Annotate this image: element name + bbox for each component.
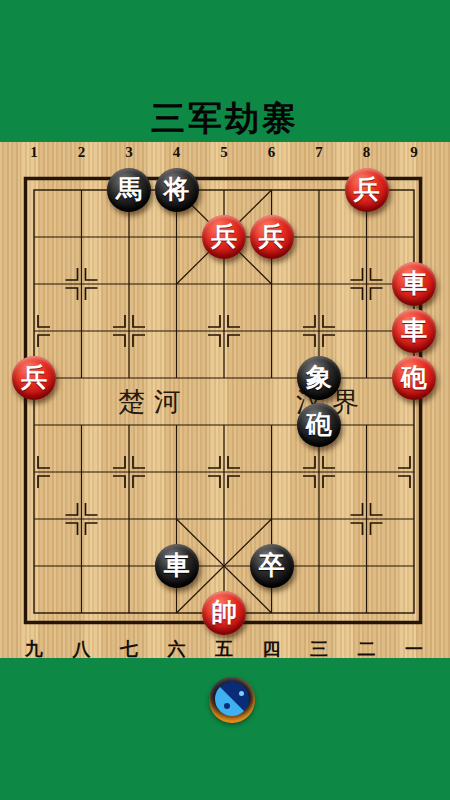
piece-glyph: 将 (164, 168, 190, 212)
taiji-dark-dot (224, 703, 230, 709)
file-label-top: 5 (212, 144, 236, 161)
piece-black-chariot[interactable]: 車 (155, 544, 199, 588)
piece-red-general[interactable]: 帥 (202, 591, 246, 635)
file-label-bottom: 一 (402, 637, 426, 661)
xiangqi-board[interactable]: 123456789 九八七六五四三二一 楚河 汉界 馬将兵兵兵車車兵象砲砲車卒帥 (0, 142, 450, 658)
piece-glyph: 砲 (401, 356, 427, 400)
piece-red-cannon[interactable]: 砲 (392, 356, 436, 400)
river-label-left: 楚河 (118, 384, 190, 420)
puzzle-title: 三军劫寨 (0, 96, 450, 142)
file-label-bottom: 五 (212, 637, 236, 661)
piece-red-soldier[interactable]: 兵 (12, 356, 56, 400)
piece-glyph: 兵 (21, 356, 47, 400)
file-label-top: 1 (22, 144, 46, 161)
taiji-icon (215, 682, 249, 716)
piece-glyph: 砲 (306, 403, 332, 447)
piece-glyph: 卒 (259, 544, 285, 588)
file-label-bottom: 三 (307, 637, 331, 661)
piece-red-soldier[interactable]: 兵 (202, 215, 246, 259)
xiangqi-app-screen: 三军劫寨 123456789 九八七六五四三二一 楚河 汉界 馬将兵兵兵車車兵象… (0, 0, 450, 800)
piece-black-soldier[interactable]: 卒 (250, 544, 294, 588)
file-label-top: 9 (402, 144, 426, 161)
piece-black-horse[interactable]: 馬 (107, 168, 151, 212)
piece-glyph: 兵 (211, 215, 237, 259)
file-label-bottom: 七 (117, 637, 141, 661)
file-label-bottom: 二 (355, 637, 379, 661)
piece-glyph: 車 (401, 262, 427, 306)
file-label-bottom: 九 (22, 637, 46, 661)
file-label-bottom: 六 (165, 637, 189, 661)
piece-glyph: 車 (401, 309, 427, 353)
taiji-menu-button[interactable] (209, 677, 255, 723)
piece-red-soldier[interactable]: 兵 (345, 168, 389, 212)
piece-glyph: 兵 (259, 215, 285, 259)
piece-red-soldier[interactable]: 兵 (250, 215, 294, 259)
piece-glyph: 象 (306, 356, 332, 400)
piece-black-general[interactable]: 将 (155, 168, 199, 212)
piece-glyph: 帥 (211, 591, 237, 635)
file-label-top: 7 (307, 144, 331, 161)
file-label-top: 2 (70, 144, 94, 161)
piece-black-cannon[interactable]: 砲 (297, 403, 341, 447)
file-label-top: 4 (165, 144, 189, 161)
piece-glyph: 馬 (116, 168, 142, 212)
piece-red-chariot[interactable]: 車 (392, 262, 436, 306)
file-label-bottom: 八 (70, 637, 94, 661)
taiji-light-dot (239, 691, 244, 696)
file-label-bottom: 四 (260, 637, 284, 661)
piece-glyph: 兵 (354, 168, 380, 212)
file-label-top: 3 (117, 144, 141, 161)
piece-glyph: 車 (164, 544, 190, 588)
file-label-top: 8 (355, 144, 379, 161)
piece-red-chariot[interactable]: 車 (392, 309, 436, 353)
file-label-top: 6 (260, 144, 284, 161)
piece-black-elephant[interactable]: 象 (297, 356, 341, 400)
